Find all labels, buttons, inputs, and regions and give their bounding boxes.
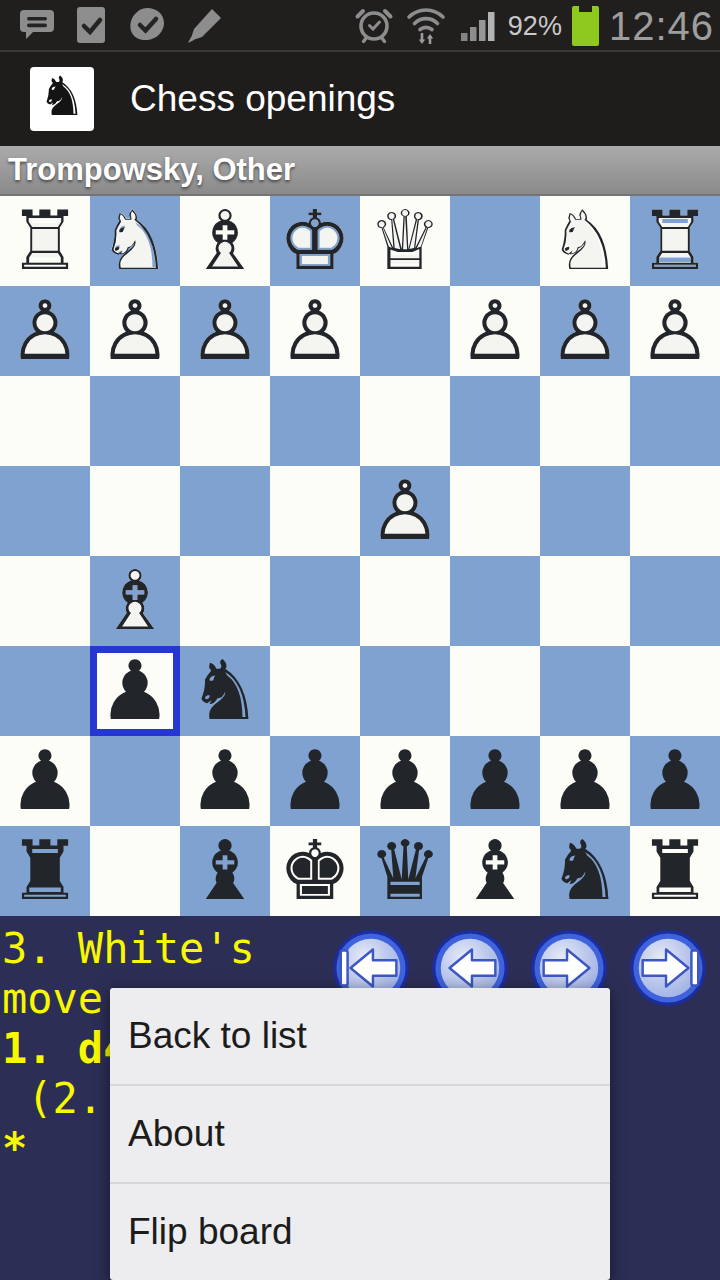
square-g6[interactable]: ♟	[90, 646, 180, 736]
white-B-piece: ♗	[180, 196, 270, 286]
white-B-piece-fill: ♝	[90, 556, 180, 646]
square-e7[interactable]: ♟	[270, 736, 360, 826]
black-P-piece: ♟	[270, 736, 360, 826]
white-Q-piece: ♕	[360, 196, 450, 286]
square-b6[interactable]	[540, 646, 630, 736]
square-c3[interactable]	[450, 376, 540, 466]
white-P-piece-fill: ♟	[540, 286, 630, 376]
square-f6[interactable]: ♞	[180, 646, 270, 736]
note-check-icon	[74, 5, 110, 45]
white-N-piece-fill: ♞	[90, 196, 180, 286]
square-h1[interactable]: ♜♖	[0, 196, 90, 286]
square-h5[interactable]	[0, 556, 90, 646]
white-K-piece-fill: ♚	[270, 196, 360, 286]
white-P-piece-fill: ♟	[630, 286, 720, 376]
square-b5[interactable]	[540, 556, 630, 646]
white-R-piece: ♖	[0, 196, 90, 286]
move-text-line: 3. White's	[2, 924, 255, 974]
white-P-piece-fill: ♟	[180, 286, 270, 376]
square-e5[interactable]	[270, 556, 360, 646]
white-N-piece: ♘	[90, 196, 180, 286]
square-d5[interactable]	[360, 556, 450, 646]
opening-name-bar: Trompowsky, Other	[0, 146, 720, 196]
square-d3[interactable]	[360, 376, 450, 466]
white-N-piece-fill: ♞	[540, 196, 630, 286]
black-N-piece: ♞	[180, 646, 270, 736]
black-R-piece: ♜	[0, 826, 90, 916]
square-d6[interactable]	[360, 646, 450, 736]
knight-app-icon: ♞	[30, 67, 94, 131]
black-N-piece: ♞	[540, 826, 630, 916]
white-B-piece-fill: ♝	[180, 196, 270, 286]
square-d2[interactable]	[360, 286, 450, 376]
white-P-piece: ♙	[0, 286, 90, 376]
message-check-icon	[126, 5, 168, 45]
square-b4[interactable]	[540, 466, 630, 556]
clock-time: 12:46	[609, 4, 714, 49]
square-a3[interactable]	[630, 376, 720, 466]
menu-item-back-to-list[interactable]: Back to list	[110, 988, 610, 1084]
square-b8[interactable]: ♞	[540, 826, 630, 916]
square-f7[interactable]: ♟	[180, 736, 270, 826]
battery-icon	[572, 6, 599, 46]
white-P-piece: ♙	[270, 286, 360, 376]
square-a7[interactable]: ♟	[630, 736, 720, 826]
white-P-piece: ♙	[630, 286, 720, 376]
square-c6[interactable]	[450, 646, 540, 736]
app-bar: ♞ Chess openings	[0, 52, 720, 146]
square-b7[interactable]: ♟	[540, 736, 630, 826]
square-g5[interactable]: ♝♗	[90, 556, 180, 646]
square-h2[interactable]: ♟♙	[0, 286, 90, 376]
chess-board: ♜♖♞♘♝♗♚♔♛♕♞♘♜♖♟♙♟♙♟♙♟♙♟♙♟♙♟♙♟♙♝♗♟♞♟♟♟♟♟♟…	[0, 196, 720, 916]
black-R-piece: ♜	[630, 826, 720, 916]
square-c7[interactable]: ♟	[450, 736, 540, 826]
menu-item-flip-board[interactable]: Flip board	[110, 1184, 610, 1280]
white-P-piece-fill: ♟	[90, 286, 180, 376]
square-e3[interactable]	[270, 376, 360, 466]
white-Q-piece-fill: ♛	[360, 196, 450, 286]
square-e1[interactable]: ♚♔	[270, 196, 360, 286]
white-N-piece: ♘	[540, 196, 630, 286]
black-P-piece: ♟	[360, 736, 450, 826]
white-R-piece-fill: ♜	[630, 196, 720, 286]
pencil-icon	[184, 5, 226, 45]
square-d7[interactable]: ♟	[360, 736, 450, 826]
black-K-piece: ♚	[270, 826, 360, 916]
black-P-piece: ♟	[630, 736, 720, 826]
square-b1[interactable]: ♞♘	[540, 196, 630, 286]
white-B-piece: ♗	[90, 556, 180, 646]
square-a2[interactable]: ♟♙	[630, 286, 720, 376]
square-d4[interactable]: ♟♙	[360, 466, 450, 556]
black-B-piece: ♝	[180, 826, 270, 916]
square-e2[interactable]: ♟♙	[270, 286, 360, 376]
battery-percent: 92%	[508, 11, 562, 42]
square-c5[interactable]	[450, 556, 540, 646]
last-move-button[interactable]	[629, 929, 707, 1007]
square-f2[interactable]: ♟♙	[180, 286, 270, 376]
chat-icon	[16, 5, 58, 45]
white-P-piece: ♙	[450, 286, 540, 376]
white-P-piece-fill: ♟	[0, 286, 90, 376]
square-h8[interactable]: ♜	[0, 826, 90, 916]
white-P-piece-fill: ♟	[450, 286, 540, 376]
square-e6[interactable]	[270, 646, 360, 736]
square-a6[interactable]	[630, 646, 720, 736]
knight-glyph: ♞	[38, 70, 86, 124]
black-P-piece: ♟	[90, 646, 180, 736]
black-P-piece: ♟	[180, 736, 270, 826]
status-bar: 92% 12:46	[0, 0, 720, 52]
square-g2[interactable]: ♟♙	[90, 286, 180, 376]
square-c2[interactable]: ♟♙	[450, 286, 540, 376]
black-P-piece: ♟	[450, 736, 540, 826]
black-B-piece: ♝	[450, 826, 540, 916]
white-P-piece-fill: ♟	[270, 286, 360, 376]
square-d1[interactable]: ♛♕	[360, 196, 450, 286]
square-g3[interactable]	[90, 376, 180, 466]
signal-icon	[458, 4, 498, 48]
menu-item-about[interactable]: About	[110, 1086, 610, 1182]
black-P-piece: ♟	[540, 736, 630, 826]
square-g1[interactable]: ♞♘	[90, 196, 180, 286]
square-c1[interactable]	[450, 196, 540, 286]
white-P-piece-fill: ♟	[360, 466, 450, 556]
wifi-icon	[404, 2, 448, 50]
square-f8[interactable]: ♝	[180, 826, 270, 916]
square-g7[interactable]	[90, 736, 180, 826]
square-a8[interactable]: ♜	[630, 826, 720, 916]
square-b2[interactable]: ♟♙	[540, 286, 630, 376]
square-f3[interactable]	[180, 376, 270, 466]
white-R-piece: ♖	[630, 196, 720, 286]
square-c8[interactable]: ♝	[450, 826, 540, 916]
white-P-piece: ♙	[360, 466, 450, 556]
square-a4[interactable]	[630, 466, 720, 556]
screen: 92% 12:46 ♞ Chess openings Trompowsky, O…	[0, 0, 720, 1280]
white-K-piece: ♔	[270, 196, 360, 286]
square-f5[interactable]	[180, 556, 270, 646]
white-P-piece: ♙	[180, 286, 270, 376]
app-title: Chess openings	[130, 78, 395, 120]
notification-icons	[16, 5, 226, 45]
system-status-icons: 92% 12:46	[354, 0, 714, 52]
square-h3[interactable]	[0, 376, 90, 466]
opening-name: Trompowsky, Other	[8, 152, 295, 188]
black-P-piece: ♟	[0, 736, 90, 826]
white-P-piece: ♙	[540, 286, 630, 376]
square-h4[interactable]	[0, 466, 90, 556]
context-menu: Back to listAboutFlip board	[110, 988, 610, 1280]
square-b3[interactable]	[540, 376, 630, 466]
square-f4[interactable]	[180, 466, 270, 556]
square-a5[interactable]	[630, 556, 720, 646]
square-h6[interactable]	[0, 646, 90, 736]
black-Q-piece: ♛	[360, 826, 450, 916]
square-h7[interactable]: ♟	[0, 736, 90, 826]
square-a1[interactable]: ♜♖	[630, 196, 720, 286]
white-P-piece: ♙	[90, 286, 180, 376]
white-R-piece-fill: ♜	[0, 196, 90, 286]
square-c4[interactable]	[450, 466, 540, 556]
square-e4[interactable]	[270, 466, 360, 556]
alarm-icon	[354, 3, 394, 49]
square-e8[interactable]: ♚	[270, 826, 360, 916]
square-f1[interactable]: ♝♗	[180, 196, 270, 286]
square-d8[interactable]: ♛	[360, 826, 450, 916]
square-g4[interactable]	[90, 466, 180, 556]
square-g8[interactable]	[90, 826, 180, 916]
